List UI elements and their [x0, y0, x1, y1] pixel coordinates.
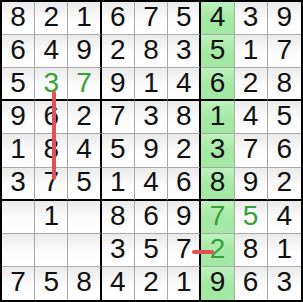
sudoku-cell-r7c6[interactable]: 9 — [168, 201, 201, 234]
sudoku-cell-r6c9[interactable]: 2 — [268, 168, 301, 201]
cell-digit: 1 — [210, 102, 226, 130]
cell-digit: 7 — [176, 235, 192, 263]
sudoku-cell-r3c7[interactable]: 6 — [201, 68, 234, 101]
cell-digit: 2 — [277, 168, 293, 196]
cell-digit: 1 — [243, 36, 259, 64]
sudoku-cell-r4c6[interactable]: 8 — [168, 101, 201, 134]
sudoku-cell-r9c9[interactable]: 3 — [268, 267, 301, 300]
cell-digit: 9 — [210, 268, 226, 296]
cell-digit: 1 — [10, 135, 26, 163]
cell-digit: 9 — [76, 36, 92, 64]
cell-digit: 7 — [10, 268, 26, 296]
cell-digit: 5 — [176, 3, 192, 31]
sudoku-cell-r4c7[interactable]: 1 — [201, 101, 234, 134]
cell-digit: 5 — [110, 135, 126, 163]
sudoku-cell-r2c7[interactable]: 5 — [201, 35, 234, 68]
cell-digit: 4 — [210, 3, 226, 31]
cell-digit: 9 — [277, 3, 293, 31]
sudoku-cell-r3c8[interactable]: 2 — [235, 68, 268, 101]
cell-digit: 3 — [277, 268, 293, 296]
sudoku-cell-r7c7[interactable]: 7 — [201, 201, 234, 234]
sudoku-cell-r2c9[interactable]: 7 — [268, 35, 301, 68]
cell-digit: 5 — [143, 235, 159, 263]
sudoku-cell-r9c2[interactable]: 5 — [35, 267, 68, 300]
cell-digit: 9 — [10, 102, 26, 130]
sudoku-cell-r1c3[interactable]: 1 — [68, 2, 101, 35]
cell-digit: 4 — [243, 102, 259, 130]
cell-digit: 4 — [143, 168, 159, 196]
sudoku-cell-r5c8[interactable]: 7 — [235, 134, 268, 167]
cell-digit: 6 — [110, 3, 126, 31]
sudoku-grid: 8216754396492835175379146289627381451845… — [2, 2, 301, 300]
cell-digit: 1 — [110, 168, 126, 196]
cell-digit: 7 — [243, 135, 259, 163]
sudoku-cell-r1c8[interactable]: 3 — [235, 2, 268, 35]
sudoku-cell-r5c7[interactable]: 3 — [201, 134, 234, 167]
cell-digit: 2 — [76, 102, 92, 130]
sudoku-cell-r9c4[interactable]: 4 — [102, 267, 135, 300]
cell-digit: 2 — [44, 3, 60, 31]
sudoku-cell-r9c8[interactable]: 6 — [235, 267, 268, 300]
sudoku-cell-r1c1[interactable]: 8 — [2, 2, 35, 35]
sudoku-cell-r3c1[interactable]: 5 — [2, 68, 35, 101]
cell-digit: 3 — [176, 36, 192, 64]
cell-digit: 3 — [143, 102, 159, 130]
sudoku-cell-r7c1[interactable] — [2, 201, 35, 234]
sudoku-cell-r3c6[interactable]: 4 — [168, 68, 201, 101]
cell-digit: 6 — [210, 69, 226, 97]
sudoku-cell-r8c9[interactable]: 1 — [268, 234, 301, 267]
sudoku-cell-r9c5[interactable]: 2 — [135, 267, 168, 300]
cell-digit: 7 — [210, 202, 226, 230]
sudoku-cell-r7c9[interactable]: 4 — [268, 201, 301, 234]
cell-digit: 2 — [110, 36, 126, 64]
cell-digit: 4 — [76, 135, 92, 163]
sudoku-cell-r7c8[interactable]: 5 — [235, 201, 268, 234]
cell-digit: 9 — [176, 202, 192, 230]
sudoku-cell-r1c2[interactable]: 2 — [35, 2, 68, 35]
cell-digit: 6 — [10, 36, 26, 64]
cell-digit: 1 — [176, 268, 192, 296]
sudoku-cell-r7c3[interactable] — [68, 201, 101, 234]
sudoku-cell-r7c4[interactable]: 8 — [102, 201, 135, 234]
cell-digit: 4 — [110, 268, 126, 296]
cell-digit: 2 — [176, 135, 192, 163]
cell-digit: 1 — [76, 3, 92, 31]
sudoku-cell-r4c4[interactable]: 7 — [102, 101, 135, 134]
sudoku-cell-r6c8[interactable]: 9 — [235, 168, 268, 201]
sudoku-cell-r6c5[interactable]: 4 — [135, 168, 168, 201]
sudoku-cell-r4c9[interactable]: 5 — [268, 101, 301, 134]
cell-digit: 8 — [143, 36, 159, 64]
sudoku-cell-r7c2[interactable]: 1 — [35, 201, 68, 234]
cell-digit: 9 — [110, 69, 126, 97]
cell-digit: 6 — [277, 135, 293, 163]
sudoku-cell-r5c5[interactable]: 9 — [135, 134, 168, 167]
sudoku-cell-r6c1[interactable]: 3 — [2, 168, 35, 201]
cell-digit: 8 — [110, 202, 126, 230]
sudoku-cell-r4c3[interactable]: 2 — [68, 101, 101, 134]
sudoku-cell-r8c4[interactable]: 3 — [102, 234, 135, 267]
sudoku-cell-r2c5[interactable]: 8 — [135, 35, 168, 68]
cell-digit: 3 — [110, 235, 126, 263]
sudoku-cell-r4c8[interactable]: 4 — [235, 101, 268, 134]
sudoku-cell-r2c1[interactable]: 6 — [2, 35, 35, 68]
cell-digit: 9 — [243, 168, 259, 196]
sudoku-cell-r4c5[interactable]: 3 — [135, 101, 168, 134]
cell-digit: 7 — [76, 69, 92, 97]
cell-digit: 8 — [277, 69, 293, 97]
cell-digit: 2 — [210, 235, 226, 263]
sudoku-cell-r8c8[interactable]: 8 — [235, 234, 268, 267]
cell-digit: 2 — [143, 268, 159, 296]
sudoku-cell-r6c7[interactable]: 8 — [201, 168, 234, 201]
cell-digit: 5 — [243, 202, 259, 230]
sudoku-cell-r8c5[interactable]: 5 — [135, 234, 168, 267]
cell-digit: 1 — [143, 69, 159, 97]
sudoku-cell-r3c9[interactable]: 8 — [268, 68, 301, 101]
cell-digit: 6 — [243, 268, 259, 296]
sudoku-cell-r1c6[interactable]: 5 — [168, 2, 201, 35]
sudoku-cell-r9c1[interactable]: 7 — [2, 267, 35, 300]
cell-digit: 2 — [243, 69, 259, 97]
sudoku-cell-r2c2[interactable]: 4 — [35, 35, 68, 68]
cell-digit: 7 — [110, 102, 126, 130]
cell-digit: 5 — [44, 268, 60, 296]
cell-digit: 8 — [10, 3, 26, 31]
cell-digit: 1 — [277, 235, 293, 263]
cell-digit: 7 — [277, 36, 293, 64]
sudoku-cell-r7c5[interactable]: 6 — [135, 201, 168, 234]
cell-digit: 6 — [176, 168, 192, 196]
cell-digit: 8 — [176, 102, 192, 130]
cell-digit: 9 — [143, 135, 159, 163]
sudoku-cell-r6c4[interactable]: 1 — [102, 168, 135, 201]
sudoku-cell-r9c7[interactable]: 9 — [201, 267, 234, 300]
sudoku-cell-r2c3[interactable]: 9 — [68, 35, 101, 68]
sudoku-cell-r1c9[interactable]: 9 — [268, 2, 301, 35]
sudoku-cell-r5c4[interactable]: 5 — [102, 134, 135, 167]
cell-digit: 3 — [243, 3, 259, 31]
sudoku-cell-r3c4[interactable]: 9 — [102, 68, 135, 101]
cell-digit: 3 — [10, 168, 26, 196]
sudoku-cell-r5c3[interactable]: 4 — [68, 134, 101, 167]
cell-digit: 5 — [10, 69, 26, 97]
sudoku-board: 8216754396492835175379146289627381451845… — [0, 0, 303, 302]
sudoku-cell-r8c3[interactable] — [68, 234, 101, 267]
sudoku-cell-r1c7[interactable]: 4 — [201, 2, 234, 35]
cell-digit: 7 — [143, 3, 159, 31]
cell-digit: 4 — [44, 36, 60, 64]
cell-digit: 5 — [210, 36, 226, 64]
cell-digit: 1 — [44, 202, 60, 230]
cell-digit: 6 — [143, 202, 159, 230]
cell-digit: 4 — [176, 69, 192, 97]
sudoku-cell-r1c5[interactable]: 7 — [135, 2, 168, 35]
sudoku-cell-r1c4[interactable]: 6 — [102, 2, 135, 35]
sudoku-cell-r6c6[interactable]: 6 — [168, 168, 201, 201]
sudoku-cell-r3c5[interactable]: 1 — [135, 68, 168, 101]
sudoku-cell-r5c9[interactable]: 6 — [268, 134, 301, 167]
sudoku-cell-r9c6[interactable]: 1 — [168, 267, 201, 300]
cell-digit: 8 — [243, 235, 259, 263]
cell-digit: 4 — [277, 202, 293, 230]
cell-digit: 8 — [210, 168, 226, 196]
cell-digit: 8 — [76, 268, 92, 296]
sudoku-cell-r2c4[interactable]: 2 — [102, 35, 135, 68]
sudoku-cell-r3c3[interactable]: 7 — [68, 68, 101, 101]
sudoku-cell-r5c1[interactable]: 1 — [2, 134, 35, 167]
sudoku-cell-r2c8[interactable]: 1 — [235, 35, 268, 68]
sudoku-cell-r8c1[interactable] — [2, 234, 35, 267]
chain-line-horizontal — [192, 250, 214, 254]
sudoku-cell-r8c2[interactable] — [35, 234, 68, 267]
cell-digit: 5 — [277, 102, 293, 130]
sudoku-cell-r9c3[interactable]: 8 — [68, 267, 101, 300]
sudoku-cell-r4c1[interactable]: 9 — [2, 101, 35, 134]
sudoku-cell-r6c3[interactable]: 5 — [68, 168, 101, 201]
cell-digit: 3 — [210, 135, 226, 163]
chain-line-vertical — [52, 91, 56, 180]
sudoku-cell-r2c6[interactable]: 3 — [168, 35, 201, 68]
cell-digit: 5 — [76, 168, 92, 196]
sudoku-cell-r5c6[interactable]: 2 — [168, 134, 201, 167]
